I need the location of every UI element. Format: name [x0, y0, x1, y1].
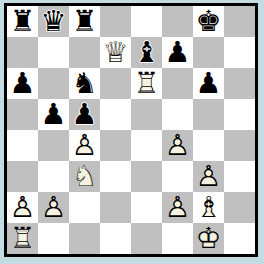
- white-knight-outline: ♘: [69, 161, 100, 191]
- black-bishop[interactable]: ♝: [131, 37, 162, 68]
- square-d3[interactable]: [100, 161, 131, 192]
- square-h1[interactable]: [224, 223, 255, 254]
- square-b2[interactable]: ♟♙: [38, 192, 69, 223]
- square-h8[interactable]: [224, 6, 255, 37]
- square-b4[interactable]: [38, 130, 69, 161]
- black-pawn-glyph: ♟: [193, 68, 224, 98]
- square-g1[interactable]: ♚♔: [193, 223, 224, 254]
- square-d8[interactable]: [100, 6, 131, 37]
- black-pawn[interactable]: ♟: [193, 68, 224, 99]
- square-a4[interactable]: [7, 130, 38, 161]
- white-knight[interactable]: ♞♘: [69, 161, 100, 192]
- square-c8[interactable]: ♜: [69, 6, 100, 37]
- square-f1[interactable]: [162, 223, 193, 254]
- white-pawn-outline: ♙: [38, 192, 69, 222]
- square-f8[interactable]: [162, 6, 193, 37]
- white-queen[interactable]: ♛♕: [100, 37, 131, 68]
- square-e7[interactable]: ♝: [131, 37, 162, 68]
- white-pawn-outline: ♙: [193, 161, 224, 191]
- square-a1[interactable]: ♜♖: [7, 223, 38, 254]
- square-g2[interactable]: ♝♗: [193, 192, 224, 223]
- square-a7[interactable]: [7, 37, 38, 68]
- square-a5[interactable]: [7, 99, 38, 130]
- square-g6[interactable]: ♟: [193, 68, 224, 99]
- black-pawn[interactable]: ♟: [162, 37, 193, 68]
- white-pawn[interactable]: ♟♙: [38, 192, 69, 223]
- square-d5[interactable]: [100, 99, 131, 130]
- square-f7[interactable]: ♟: [162, 37, 193, 68]
- square-e2[interactable]: [131, 192, 162, 223]
- white-pawn-outline: ♙: [162, 192, 193, 222]
- board-frame: ♜♛♜♚♛♕♝♟♟♞♜♖♟♟♟♟♙♟♙♞♘♟♙♟♙♟♙♟♙♝♗♜♖♚♔: [4, 3, 258, 257]
- white-queen-outline: ♕: [100, 37, 131, 67]
- black-pawn[interactable]: ♟: [7, 68, 38, 99]
- white-bishop-outline: ♗: [193, 192, 224, 222]
- square-a2[interactable]: ♟♙: [7, 192, 38, 223]
- black-pawn-glyph: ♟: [7, 68, 38, 98]
- square-f3[interactable]: [162, 161, 193, 192]
- white-pawn[interactable]: ♟♙: [162, 192, 193, 223]
- square-f2[interactable]: ♟♙: [162, 192, 193, 223]
- white-rook[interactable]: ♜♖: [131, 68, 162, 99]
- white-pawn[interactable]: ♟♙: [162, 130, 193, 161]
- square-a3[interactable]: [7, 161, 38, 192]
- square-f4[interactable]: ♟♙: [162, 130, 193, 161]
- black-pawn-glyph: ♟: [69, 99, 100, 129]
- square-a6[interactable]: ♟: [7, 68, 38, 99]
- square-g8[interactable]: ♚: [193, 6, 224, 37]
- square-d1[interactable]: [100, 223, 131, 254]
- square-a8[interactable]: ♜: [7, 6, 38, 37]
- square-b3[interactable]: [38, 161, 69, 192]
- square-f6[interactable]: [162, 68, 193, 99]
- black-knight[interactable]: ♞: [69, 68, 100, 99]
- square-c2[interactable]: [69, 192, 100, 223]
- black-pawn[interactable]: ♟: [69, 99, 100, 130]
- white-bishop[interactable]: ♝♗: [193, 192, 224, 223]
- square-b7[interactable]: [38, 37, 69, 68]
- diagram-background: ♜♛♜♚♛♕♝♟♟♞♜♖♟♟♟♟♙♟♙♞♘♟♙♟♙♟♙♟♙♝♗♜♖♚♔: [0, 0, 264, 264]
- black-queen[interactable]: ♛: [38, 6, 69, 37]
- square-h3[interactable]: [224, 161, 255, 192]
- square-e5[interactable]: [131, 99, 162, 130]
- square-e6[interactable]: ♜♖: [131, 68, 162, 99]
- square-c5[interactable]: ♟: [69, 99, 100, 130]
- square-c6[interactable]: ♞: [69, 68, 100, 99]
- square-h5[interactable]: [224, 99, 255, 130]
- square-c1[interactable]: [69, 223, 100, 254]
- white-rook[interactable]: ♜♖: [7, 223, 38, 254]
- square-g5[interactable]: [193, 99, 224, 130]
- black-queen-glyph: ♛: [38, 6, 69, 36]
- square-e3[interactable]: [131, 161, 162, 192]
- black-pawn-glyph: ♟: [38, 99, 69, 129]
- white-king[interactable]: ♚♔: [193, 223, 224, 254]
- square-g3[interactable]: ♟♙: [193, 161, 224, 192]
- square-e8[interactable]: [131, 6, 162, 37]
- black-pawn-glyph: ♟: [162, 37, 193, 67]
- square-d2[interactable]: [100, 192, 131, 223]
- square-f5[interactable]: [162, 99, 193, 130]
- square-c3[interactable]: ♞♘: [69, 161, 100, 192]
- square-d4[interactable]: [100, 130, 131, 161]
- square-g4[interactable]: [193, 130, 224, 161]
- black-rook[interactable]: ♜: [69, 6, 100, 37]
- white-pawn[interactable]: ♟♙: [69, 130, 100, 161]
- black-rook-glyph: ♜: [69, 6, 100, 36]
- square-b6[interactable]: [38, 68, 69, 99]
- white-pawn[interactable]: ♟♙: [193, 161, 224, 192]
- square-h4[interactable]: [224, 130, 255, 161]
- black-rook[interactable]: ♜: [7, 6, 38, 37]
- black-king[interactable]: ♚: [193, 6, 224, 37]
- square-b1[interactable]: [38, 223, 69, 254]
- square-h6[interactable]: [224, 68, 255, 99]
- white-pawn-outline: ♙: [7, 192, 38, 222]
- black-bishop-glyph: ♝: [131, 37, 162, 67]
- square-h2[interactable]: [224, 192, 255, 223]
- white-pawn-outline: ♙: [162, 130, 193, 160]
- square-d7[interactable]: ♛♕: [100, 37, 131, 68]
- square-g7[interactable]: [193, 37, 224, 68]
- black-rook-glyph: ♜: [7, 6, 38, 36]
- square-e1[interactable]: [131, 223, 162, 254]
- white-rook-outline: ♖: [131, 68, 162, 98]
- black-king-glyph: ♚: [193, 6, 224, 36]
- square-b5[interactable]: ♟: [38, 99, 69, 130]
- black-knight-glyph: ♞: [69, 68, 100, 98]
- square-b8[interactable]: ♛: [38, 6, 69, 37]
- white-rook-outline: ♖: [7, 223, 38, 253]
- square-e4[interactable]: [131, 130, 162, 161]
- square-d6[interactable]: [100, 68, 131, 99]
- square-c7[interactable]: [69, 37, 100, 68]
- white-pawn[interactable]: ♟♙: [7, 192, 38, 223]
- square-c4[interactable]: ♟♙: [69, 130, 100, 161]
- square-h7[interactable]: [224, 37, 255, 68]
- white-king-outline: ♔: [193, 223, 224, 253]
- white-pawn-outline: ♙: [69, 130, 100, 160]
- black-pawn[interactable]: ♟: [38, 99, 69, 130]
- chess-board: ♜♛♜♚♛♕♝♟♟♞♜♖♟♟♟♟♙♟♙♞♘♟♙♟♙♟♙♟♙♝♗♜♖♚♔: [7, 6, 255, 254]
